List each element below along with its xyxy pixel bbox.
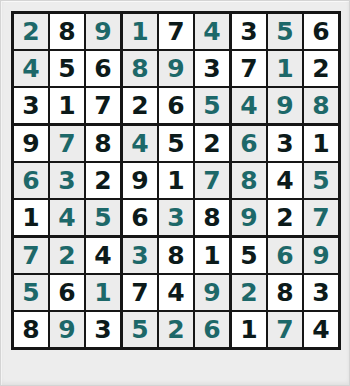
sudoku-cell-r8c4[interactable]: 7 bbox=[123, 275, 157, 310]
sudoku-cell-r5c5[interactable]: 1 bbox=[159, 163, 193, 198]
sudoku-cell-r2c2[interactable]: 5 bbox=[50, 51, 84, 86]
sudoku-cell-r1c6[interactable]: 4 bbox=[195, 14, 229, 49]
sudoku-cell-r1c1[interactable]: 2 bbox=[14, 14, 48, 49]
sudoku-cell-r6c3[interactable]: 5 bbox=[86, 200, 120, 235]
sudoku-cell-r3c5[interactable]: 6 bbox=[159, 88, 193, 123]
sudoku-cell-r3c7[interactable]: 4 bbox=[232, 88, 266, 123]
sudoku-cell-r5c6[interactable]: 7 bbox=[195, 163, 229, 198]
page-background: 2894563171748932653567124989786321454529… bbox=[0, 0, 350, 386]
sudoku-cell-r2c3[interactable]: 6 bbox=[86, 51, 120, 86]
sudoku-cell-r1c4[interactable]: 1 bbox=[123, 14, 157, 49]
sudoku-cell-r1c3[interactable]: 9 bbox=[86, 14, 120, 49]
sudoku-cell-r7c8[interactable]: 6 bbox=[268, 238, 302, 273]
sudoku-cell-r3c4[interactable]: 2 bbox=[123, 88, 157, 123]
sudoku-box-9: 569283174 bbox=[232, 238, 338, 347]
sudoku-cell-r8c3[interactable]: 1 bbox=[86, 275, 120, 310]
sudoku-cell-r1c2[interactable]: 8 bbox=[50, 14, 84, 49]
sudoku-box-5: 452917638 bbox=[123, 126, 229, 235]
sudoku-cell-r6c4[interactable]: 6 bbox=[123, 200, 157, 235]
sudoku-cell-r7c7[interactable]: 5 bbox=[232, 238, 266, 273]
sudoku-cell-r9c6[interactable]: 6 bbox=[195, 312, 229, 347]
sudoku-cell-r3c9[interactable]: 8 bbox=[304, 88, 338, 123]
sudoku-box-8: 381749526 bbox=[123, 238, 229, 347]
sudoku-cell-r3c1[interactable]: 3 bbox=[14, 88, 48, 123]
sudoku-board: 2894563171748932653567124989786321454529… bbox=[11, 11, 341, 350]
sudoku-cell-r9c8[interactable]: 7 bbox=[268, 312, 302, 347]
sudoku-cell-r8c8[interactable]: 8 bbox=[268, 275, 302, 310]
sudoku-box-3: 356712498 bbox=[232, 14, 338, 123]
sudoku-cell-r4c5[interactable]: 5 bbox=[159, 126, 193, 161]
sudoku-cell-r3c8[interactable]: 9 bbox=[268, 88, 302, 123]
sudoku-cell-r7c9[interactable]: 9 bbox=[304, 238, 338, 273]
sudoku-cell-r5c8[interactable]: 4 bbox=[268, 163, 302, 198]
sudoku-cell-r4c3[interactable]: 8 bbox=[86, 126, 120, 161]
sudoku-cell-r9c4[interactable]: 5 bbox=[123, 312, 157, 347]
sudoku-box-7: 724561893 bbox=[14, 238, 120, 347]
sudoku-cell-r4c9[interactable]: 1 bbox=[304, 126, 338, 161]
sudoku-cell-r6c1[interactable]: 1 bbox=[14, 200, 48, 235]
sudoku-cell-r2c4[interactable]: 8 bbox=[123, 51, 157, 86]
sudoku-cell-r9c1[interactable]: 8 bbox=[14, 312, 48, 347]
sudoku-cell-r6c6[interactable]: 8 bbox=[195, 200, 229, 235]
sudoku-cell-r2c1[interactable]: 4 bbox=[14, 51, 48, 86]
sudoku-cell-r2c6[interactable]: 3 bbox=[195, 51, 229, 86]
sudoku-cell-r9c3[interactable]: 3 bbox=[86, 312, 120, 347]
sudoku-cell-r8c9[interactable]: 3 bbox=[304, 275, 338, 310]
sudoku-cell-r7c5[interactable]: 8 bbox=[159, 238, 193, 273]
sudoku-cell-r4c7[interactable]: 6 bbox=[232, 126, 266, 161]
sudoku-cell-r7c2[interactable]: 2 bbox=[50, 238, 84, 273]
sudoku-cell-r3c3[interactable]: 7 bbox=[86, 88, 120, 123]
sudoku-cell-r1c8[interactable]: 5 bbox=[268, 14, 302, 49]
sudoku-cell-r9c5[interactable]: 2 bbox=[159, 312, 193, 347]
sudoku-cell-r3c6[interactable]: 5 bbox=[195, 88, 229, 123]
sudoku-cell-r8c5[interactable]: 4 bbox=[159, 275, 193, 310]
sudoku-cell-r5c7[interactable]: 8 bbox=[232, 163, 266, 198]
sudoku-cell-r5c3[interactable]: 2 bbox=[86, 163, 120, 198]
sudoku-cell-r9c9[interactable]: 4 bbox=[304, 312, 338, 347]
sudoku-cell-r8c2[interactable]: 6 bbox=[50, 275, 84, 310]
sudoku-cell-r4c1[interactable]: 9 bbox=[14, 126, 48, 161]
sudoku-cell-r8c1[interactable]: 5 bbox=[14, 275, 48, 310]
sudoku-cell-r5c1[interactable]: 6 bbox=[14, 163, 48, 198]
sudoku-cell-r1c9[interactable]: 6 bbox=[304, 14, 338, 49]
sudoku-cell-r6c8[interactable]: 2 bbox=[268, 200, 302, 235]
sudoku-cell-r9c7[interactable]: 1 bbox=[232, 312, 266, 347]
sudoku-cell-r6c9[interactable]: 7 bbox=[304, 200, 338, 235]
sudoku-cell-r4c4[interactable]: 4 bbox=[123, 126, 157, 161]
sudoku-cell-r7c6[interactable]: 1 bbox=[195, 238, 229, 273]
sudoku-cell-r1c7[interactable]: 3 bbox=[232, 14, 266, 49]
sudoku-cell-r2c5[interactable]: 9 bbox=[159, 51, 193, 86]
sudoku-cell-r7c1[interactable]: 7 bbox=[14, 238, 48, 273]
sudoku-cell-r4c6[interactable]: 2 bbox=[195, 126, 229, 161]
sudoku-cell-r8c7[interactable]: 2 bbox=[232, 275, 266, 310]
sudoku-cell-r2c8[interactable]: 1 bbox=[268, 51, 302, 86]
sudoku-cell-r5c9[interactable]: 5 bbox=[304, 163, 338, 198]
sudoku-cell-r6c7[interactable]: 9 bbox=[232, 200, 266, 235]
sudoku-box-4: 978632145 bbox=[14, 126, 120, 235]
sudoku-cell-r3c2[interactable]: 1 bbox=[50, 88, 84, 123]
sudoku-cell-r2c9[interactable]: 2 bbox=[304, 51, 338, 86]
sudoku-cell-r5c2[interactable]: 3 bbox=[50, 163, 84, 198]
sudoku-box-6: 631845927 bbox=[232, 126, 338, 235]
sudoku-cell-r7c3[interactable]: 4 bbox=[86, 238, 120, 273]
sudoku-cell-r4c2[interactable]: 7 bbox=[50, 126, 84, 161]
sudoku-cell-r6c5[interactable]: 3 bbox=[159, 200, 193, 235]
sudoku-cell-r5c4[interactable]: 9 bbox=[123, 163, 157, 198]
sudoku-cell-r2c7[interactable]: 7 bbox=[232, 51, 266, 86]
sudoku-cell-r9c2[interactable]: 9 bbox=[50, 312, 84, 347]
sudoku-cell-r1c5[interactable]: 7 bbox=[159, 14, 193, 49]
sudoku-box-2: 174893265 bbox=[123, 14, 229, 123]
sudoku-cell-r8c6[interactable]: 9 bbox=[195, 275, 229, 310]
sudoku-cell-r7c4[interactable]: 3 bbox=[123, 238, 157, 273]
sudoku-cell-r4c8[interactable]: 3 bbox=[268, 126, 302, 161]
sudoku-box-1: 289456317 bbox=[14, 14, 120, 123]
sudoku-cell-r6c2[interactable]: 4 bbox=[50, 200, 84, 235]
